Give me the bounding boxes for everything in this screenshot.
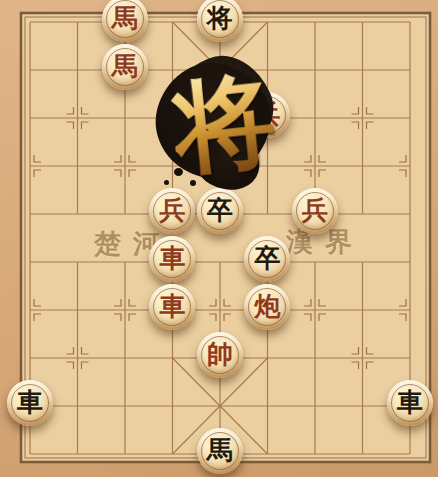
piece-glyph: 将 (207, 5, 233, 31)
piece-red-horse-1[interactable]: 馬 (102, 0, 148, 42)
piece-glyph: 兵 (302, 197, 328, 223)
piece-red-horse-2[interactable]: 馬 (102, 44, 148, 90)
piece-glyph: 車 (159, 293, 185, 319)
ink-dot (164, 180, 169, 185)
piece-glyph: 卒 (254, 245, 280, 271)
piece-black-general[interactable]: 将 (197, 0, 243, 42)
piece-black-horse-1[interactable]: 馬 (197, 428, 243, 474)
check-banner: 将 (148, 56, 300, 198)
piece-red-cannon-1[interactable]: 炮 (244, 284, 290, 330)
piece-glyph: 馬 (112, 5, 138, 31)
piece-glyph: 車 (17, 389, 43, 415)
piece-glyph: 炮 (254, 293, 280, 319)
piece-glyph: 馬 (112, 53, 138, 79)
piece-glyph: 帥 (207, 341, 233, 367)
piece-glyph: 馬 (207, 437, 233, 463)
piece-red-general[interactable]: 帥 (197, 332, 243, 378)
piece-glyph: 車 (397, 389, 423, 415)
check-banner-text: 将 (168, 67, 280, 179)
piece-red-chariot-2[interactable]: 車 (149, 284, 195, 330)
piece-glyph: 兵 (159, 197, 185, 223)
piece-black-soldier-2[interactable]: 卒 (244, 236, 290, 282)
xiangqi-app: 楚河 漢界 馬将馬兵兵卒兵車卒車炮帥車車馬 将 (0, 0, 438, 477)
piece-black-chariot-1[interactable]: 車 (7, 380, 53, 426)
piece-glyph: 車 (159, 245, 185, 271)
piece-red-chariot-1[interactable]: 車 (149, 236, 195, 282)
piece-glyph: 卒 (207, 197, 233, 223)
piece-black-chariot-2[interactable]: 車 (387, 380, 433, 426)
